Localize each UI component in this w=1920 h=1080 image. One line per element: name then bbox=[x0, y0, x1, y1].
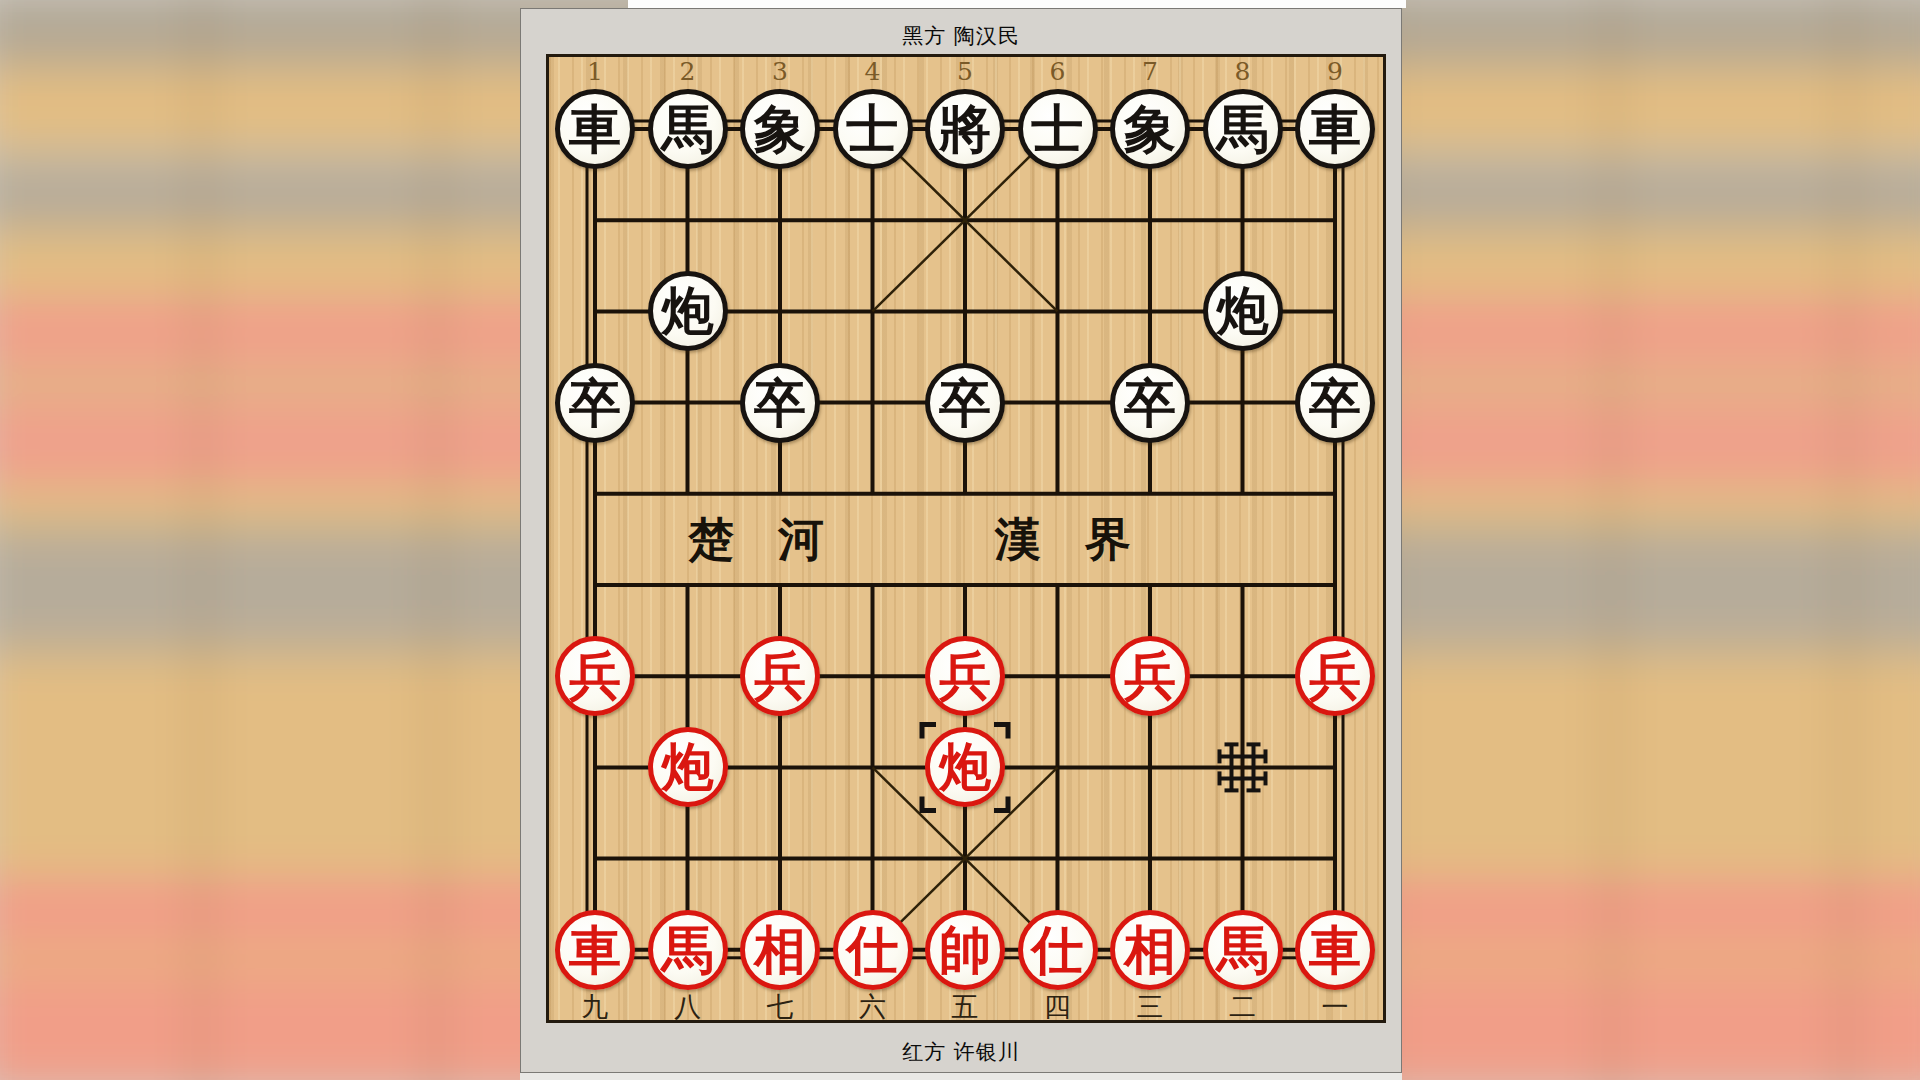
window-bottom-strip bbox=[520, 1073, 1402, 1080]
piece-red-advisor[interactable]: 仕 bbox=[833, 910, 913, 990]
file-label-bottom: 二 bbox=[1229, 991, 1256, 1020]
piece-black-general[interactable]: 將 bbox=[925, 89, 1005, 169]
river-text: 漢 bbox=[994, 512, 1041, 566]
piece-black-chariot[interactable]: 車 bbox=[1295, 89, 1375, 169]
file-label-top: 5 bbox=[957, 57, 973, 86]
piece-red-soldier[interactable]: 兵 bbox=[1110, 636, 1190, 716]
file-label-top: 2 bbox=[680, 57, 696, 86]
file-label-top: 8 bbox=[1235, 57, 1251, 86]
file-label-bottom: 六 bbox=[859, 991, 886, 1020]
piece-black-elephant[interactable]: 象 bbox=[740, 89, 820, 169]
xiangqi-board[interactable]: 123456789九八七六五四三二一楚河漢界車馬象士將士象馬車炮炮卒卒卒卒卒兵兵… bbox=[546, 54, 1386, 1023]
piece-black-horse[interactable]: 馬 bbox=[648, 89, 728, 169]
piece-black-cannon[interactable]: 炮 bbox=[648, 271, 728, 351]
piece-red-soldier[interactable]: 兵 bbox=[740, 636, 820, 716]
piece-red-elephant[interactable]: 相 bbox=[1110, 910, 1190, 990]
piece-black-advisor[interactable]: 士 bbox=[833, 89, 913, 169]
file-label-top: 6 bbox=[1050, 57, 1066, 86]
xiangqi-app-window: 黑方 陶汉民 123456789九八七六五四三二一楚河漢界車馬象士將士象馬車炮炮… bbox=[520, 8, 1402, 1073]
piece-red-advisor[interactable]: 仕 bbox=[1018, 910, 1098, 990]
file-label-bottom: 四 bbox=[1044, 991, 1071, 1020]
piece-red-chariot[interactable]: 車 bbox=[1295, 910, 1375, 990]
file-label-bottom: 九 bbox=[582, 991, 609, 1020]
piece-red-elephant[interactable]: 相 bbox=[740, 910, 820, 990]
piece-red-soldier[interactable]: 兵 bbox=[555, 636, 635, 716]
file-label-top: 1 bbox=[587, 57, 603, 86]
piece-black-soldier[interactable]: 卒 bbox=[555, 363, 635, 443]
piece-red-soldier[interactable]: 兵 bbox=[925, 636, 1005, 716]
piece-black-elephant[interactable]: 象 bbox=[1110, 89, 1190, 169]
piece-red-cannon[interactable]: 炮 bbox=[925, 727, 1005, 807]
red-player-label: 红方 许银川 bbox=[521, 1038, 1401, 1066]
piece-red-horse[interactable]: 馬 bbox=[648, 910, 728, 990]
file-label-bottom: 七 bbox=[767, 991, 794, 1020]
file-label-bottom: 八 bbox=[674, 991, 701, 1020]
piece-red-horse[interactable]: 馬 bbox=[1203, 910, 1283, 990]
file-label-bottom: 五 bbox=[952, 991, 979, 1020]
piece-black-soldier[interactable]: 卒 bbox=[1110, 363, 1190, 443]
piece-black-chariot[interactable]: 車 bbox=[555, 89, 635, 169]
file-label-top: 7 bbox=[1142, 57, 1158, 86]
piece-black-soldier[interactable]: 卒 bbox=[925, 363, 1005, 443]
file-label-top: 4 bbox=[865, 57, 881, 86]
piece-red-chariot[interactable]: 車 bbox=[555, 910, 635, 990]
river-text: 河 bbox=[777, 512, 824, 566]
file-label-bottom: 三 bbox=[1137, 991, 1164, 1020]
river-text: 界 bbox=[1084, 512, 1131, 566]
piece-black-soldier[interactable]: 卒 bbox=[1295, 363, 1375, 443]
piece-black-horse[interactable]: 馬 bbox=[1203, 89, 1283, 169]
piece-black-advisor[interactable]: 士 bbox=[1018, 89, 1098, 169]
board-grid: 123456789九八七六五四三二一楚河漢界 bbox=[549, 57, 1383, 1020]
piece-red-soldier[interactable]: 兵 bbox=[1295, 636, 1375, 716]
file-label-top: 3 bbox=[772, 57, 788, 86]
piece-red-cannon[interactable]: 炮 bbox=[648, 727, 728, 807]
piece-red-general[interactable]: 帥 bbox=[925, 910, 1005, 990]
piece-black-cannon[interactable]: 炮 bbox=[1203, 271, 1283, 351]
piece-black-soldier[interactable]: 卒 bbox=[740, 363, 820, 443]
river-text: 楚 bbox=[687, 512, 734, 566]
window-top-strip bbox=[628, 0, 1406, 8]
file-label-bottom: 一 bbox=[1322, 991, 1349, 1020]
file-label-top: 9 bbox=[1327, 57, 1343, 86]
black-player-label: 黑方 陶汉民 bbox=[521, 22, 1401, 50]
